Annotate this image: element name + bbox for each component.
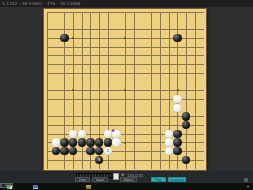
taskbar — [0, 183, 253, 190]
black-stone — [182, 112, 190, 120]
white-stone — [52, 138, 60, 146]
black-stone: 5 — [95, 156, 103, 164]
app-window: 4.1342 - 38.93861 - 476 - 39.13688 5▲1 ▲… — [0, 0, 253, 190]
taskbar-app1-icon[interactable] — [7, 185, 12, 189]
taskbar-app4-icon[interactable] — [86, 185, 91, 189]
go-board[interactable]: 5▲1 — [43, 8, 207, 171]
title-text: 4.1342 - 38.93861 - 476 - 39.13688 — [2, 1, 81, 6]
taskbar-app2-icon[interactable] — [33, 185, 38, 189]
move-number-label: 1 — [104, 147, 112, 155]
next-button[interactable]: Next — [92, 177, 108, 182]
title-bar: 4.1342 - 38.93861 - 476 - 39.13688 — [0, 0, 253, 7]
triangle-marker-icon: ▲ — [111, 128, 114, 132]
play-button[interactable]: Play — [151, 177, 166, 182]
slider-handle-icon[interactable] — [113, 173, 119, 180]
black-stone — [86, 138, 94, 146]
control-bar: ▲ ≡ 141/141 Prev Next Menu Play Analyze — [0, 171, 253, 183]
grip-icon — [244, 178, 248, 182]
black-stone — [60, 34, 68, 42]
white-stone — [112, 138, 120, 146]
white-stone: ▲ — [112, 130, 120, 138]
white-stone: 1 — [104, 147, 112, 155]
black-stone — [104, 138, 112, 146]
black-stone — [173, 138, 181, 146]
white-stone — [78, 130, 86, 138]
black-stone — [60, 138, 68, 146]
menu-button[interactable]: Menu — [120, 177, 137, 182]
white-stone — [173, 95, 181, 103]
black-stone — [173, 147, 181, 155]
black-stone — [173, 130, 181, 138]
black-stone — [173, 34, 181, 42]
black-stone — [69, 138, 77, 146]
white-stone — [165, 138, 173, 146]
active-app-glyph-icon — [2, 184, 5, 187]
move-number-label: 5 — [95, 156, 103, 164]
white-stone — [165, 130, 173, 138]
analyze-button[interactable]: Analyze — [168, 177, 186, 182]
black-stone — [78, 138, 86, 146]
black-stone — [86, 147, 94, 155]
black-stone — [95, 138, 103, 146]
white-stone — [173, 104, 181, 112]
prev-button[interactable]: Prev — [75, 177, 90, 182]
black-stone — [60, 147, 68, 155]
taskbar-tray-dot-icon — [247, 186, 249, 188]
